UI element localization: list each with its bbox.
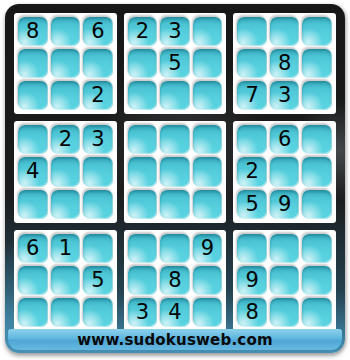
cell-r9c7[interactable]: 8 <box>237 298 267 327</box>
footer-url: www.sudokusweb.com <box>77 331 272 349</box>
cell-r1c6[interactable] <box>193 17 223 46</box>
cell-r9c3[interactable] <box>83 298 113 327</box>
box-3-2: 9834 <box>124 230 227 331</box>
cell-r5c7[interactable]: 2 <box>237 157 267 186</box>
cell-r6c3[interactable] <box>83 190 113 219</box>
cell-r7c7[interactable] <box>237 234 267 263</box>
sudoku-board: 8622358732346259615983498 <box>14 13 336 331</box>
cell-r3c8[interactable]: 3 <box>270 81 300 110</box>
cell-r9c4[interactable]: 3 <box>128 298 158 327</box>
cell-r2c7[interactable] <box>237 49 267 78</box>
cell-r5c2[interactable] <box>51 157 81 186</box>
cell-r6c6[interactable] <box>193 190 223 219</box>
cell-r3c9[interactable] <box>302 81 332 110</box>
cell-r9c5[interactable]: 4 <box>160 298 190 327</box>
cell-r7c5[interactable] <box>160 234 190 263</box>
cell-r7c4[interactable] <box>128 234 158 263</box>
cell-r4c1[interactable] <box>18 125 48 154</box>
cell-r1c7[interactable] <box>237 17 267 46</box>
cell-r3c2[interactable] <box>51 81 81 110</box>
cell-r1c3[interactable]: 6 <box>83 17 113 46</box>
cell-r4c9[interactable] <box>302 125 332 154</box>
cell-r3c5[interactable] <box>160 81 190 110</box>
cell-r3c3[interactable]: 2 <box>83 81 113 110</box>
cell-r7c1[interactable]: 6 <box>18 234 48 263</box>
cell-r5c4[interactable] <box>128 157 158 186</box>
cell-r2c3[interactable] <box>83 49 113 78</box>
cell-r1c4[interactable]: 2 <box>128 17 158 46</box>
cell-r6c4[interactable] <box>128 190 158 219</box>
box-3-1: 615 <box>14 230 117 331</box>
cell-r9c9[interactable] <box>302 298 332 327</box>
box-2-2 <box>124 121 227 222</box>
cell-r7c6[interactable]: 9 <box>193 234 223 263</box>
box-2-1: 234 <box>14 121 117 222</box>
cell-r9c8[interactable] <box>270 298 300 327</box>
cell-r1c9[interactable] <box>302 17 332 46</box>
cell-r5c1[interactable]: 4 <box>18 157 48 186</box>
cell-r3c1[interactable] <box>18 81 48 110</box>
cell-r2c4[interactable] <box>128 49 158 78</box>
cell-r1c8[interactable] <box>270 17 300 46</box>
footer-bar: www.sudokusweb.com <box>8 329 342 350</box>
cell-r8c4[interactable] <box>128 266 158 295</box>
cell-r3c6[interactable] <box>193 81 223 110</box>
cell-r8c2[interactable] <box>51 266 81 295</box>
box-3-3: 98 <box>233 230 336 331</box>
cell-r2c8[interactable]: 8 <box>270 49 300 78</box>
cell-r2c9[interactable] <box>302 49 332 78</box>
cell-r6c1[interactable] <box>18 190 48 219</box>
cell-r5c6[interactable] <box>193 157 223 186</box>
cell-r3c7[interactable]: 7 <box>237 81 267 110</box>
cell-r4c8[interactable]: 6 <box>270 125 300 154</box>
cell-r5c5[interactable] <box>160 157 190 186</box>
cell-r1c2[interactable] <box>51 17 81 46</box>
cell-r3c4[interactable] <box>128 81 158 110</box>
cell-r4c7[interactable] <box>237 125 267 154</box>
cell-r7c9[interactable] <box>302 234 332 263</box>
box-1-2: 235 <box>124 13 227 114</box>
cell-r2c2[interactable] <box>51 49 81 78</box>
box-2-3: 6259 <box>233 121 336 222</box>
cell-r5c3[interactable] <box>83 157 113 186</box>
cell-r8c3[interactable]: 5 <box>83 266 113 295</box>
box-1-3: 873 <box>233 13 336 114</box>
cell-r7c3[interactable] <box>83 234 113 263</box>
cell-r8c8[interactable] <box>270 266 300 295</box>
cell-r4c4[interactable] <box>128 125 158 154</box>
cell-r7c2[interactable]: 1 <box>51 234 81 263</box>
cell-r6c2[interactable] <box>51 190 81 219</box>
cell-r2c5[interactable]: 5 <box>160 49 190 78</box>
cell-r8c7[interactable]: 9 <box>237 266 267 295</box>
cell-r8c5[interactable]: 8 <box>160 266 190 295</box>
cell-r9c6[interactable] <box>193 298 223 327</box>
cell-r4c3[interactable]: 3 <box>83 125 113 154</box>
cell-r4c2[interactable]: 2 <box>51 125 81 154</box>
cell-r9c1[interactable] <box>18 298 48 327</box>
cell-r6c8[interactable]: 9 <box>270 190 300 219</box>
sudoku-frame: 8622358732346259615983498 www.sudokusweb… <box>5 4 345 353</box>
cell-r7c8[interactable] <box>270 234 300 263</box>
cell-r4c5[interactable] <box>160 125 190 154</box>
box-1-1: 862 <box>14 13 117 114</box>
cell-r1c5[interactable]: 3 <box>160 17 190 46</box>
cell-r2c6[interactable] <box>193 49 223 78</box>
cell-r8c1[interactable] <box>18 266 48 295</box>
cell-r5c9[interactable] <box>302 157 332 186</box>
cell-r4c6[interactable] <box>193 125 223 154</box>
cell-r6c5[interactable] <box>160 190 190 219</box>
cell-r8c9[interactable] <box>302 266 332 295</box>
cell-r6c9[interactable] <box>302 190 332 219</box>
cell-r9c2[interactable] <box>51 298 81 327</box>
cell-r5c8[interactable] <box>270 157 300 186</box>
cell-r6c7[interactable]: 5 <box>237 190 267 219</box>
cell-r8c6[interactable] <box>193 266 223 295</box>
cell-r2c1[interactable] <box>18 49 48 78</box>
cell-r1c1[interactable]: 8 <box>18 17 48 46</box>
